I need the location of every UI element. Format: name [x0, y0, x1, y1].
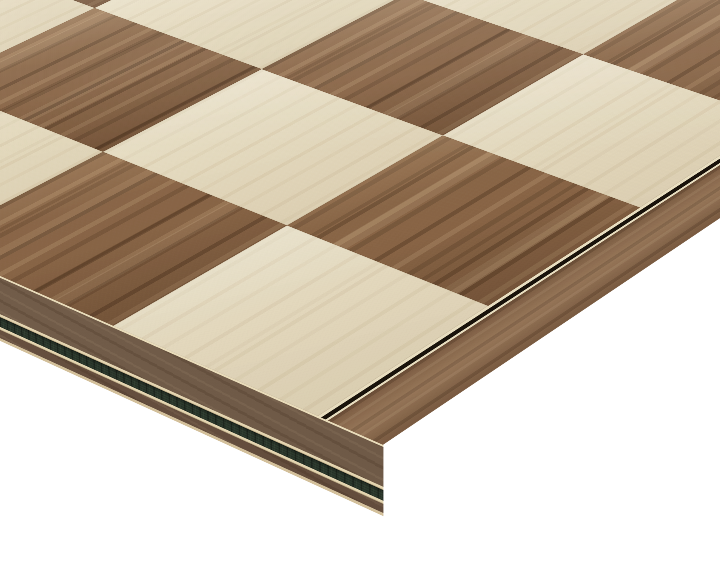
chess-board [0, 0, 720, 445]
product-photo-scene [0, 0, 720, 576]
